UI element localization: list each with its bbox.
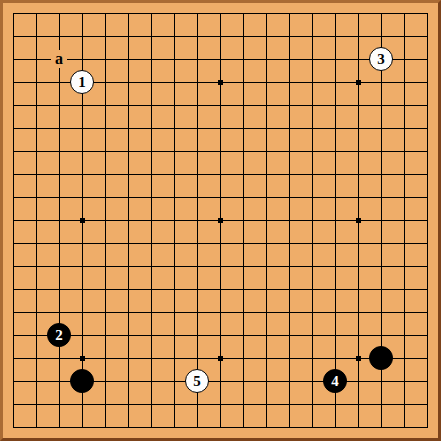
stone-black-2: 2 — [47, 323, 71, 347]
star-point — [80, 356, 85, 361]
grid-line-horizontal — [13, 335, 428, 336]
star-point — [356, 356, 361, 361]
stone-black — [369, 346, 393, 370]
grid-line-vertical — [243, 13, 244, 428]
move-number: 2 — [55, 328, 63, 343]
grid-line-horizontal — [13, 266, 428, 267]
grid-line-vertical — [312, 13, 313, 428]
grid-line-horizontal — [13, 312, 428, 313]
star-point — [218, 356, 223, 361]
move-number: 1 — [78, 75, 86, 90]
grid-line-vertical — [427, 13, 428, 428]
stone-black-4: 4 — [323, 369, 347, 393]
move-number: 5 — [193, 374, 201, 389]
move-number: 3 — [377, 52, 385, 67]
board-surface[interactable]: a13524 — [3, 3, 438, 438]
star-point — [356, 80, 361, 85]
grid-line-horizontal — [13, 404, 428, 405]
move-number: 4 — [331, 374, 339, 389]
stone-white-5: 5 — [185, 369, 209, 393]
star-point — [218, 80, 223, 85]
stone-black — [70, 369, 94, 393]
grid-line-vertical — [404, 13, 405, 428]
grid-line-horizontal — [13, 427, 428, 428]
star-point — [218, 218, 223, 223]
grid-line-vertical — [289, 13, 290, 428]
grid-line-horizontal — [13, 289, 428, 290]
grid-line-horizontal — [13, 243, 428, 244]
stone-white-1: 1 — [70, 70, 94, 94]
grid-line-vertical — [335, 13, 336, 428]
stone-white-3: 3 — [369, 47, 393, 71]
grid-line-vertical — [266, 13, 267, 428]
star-point — [356, 218, 361, 223]
go-board: a13524 — [0, 0, 441, 441]
star-point — [80, 218, 85, 223]
point-label-a: a — [51, 50, 67, 68]
